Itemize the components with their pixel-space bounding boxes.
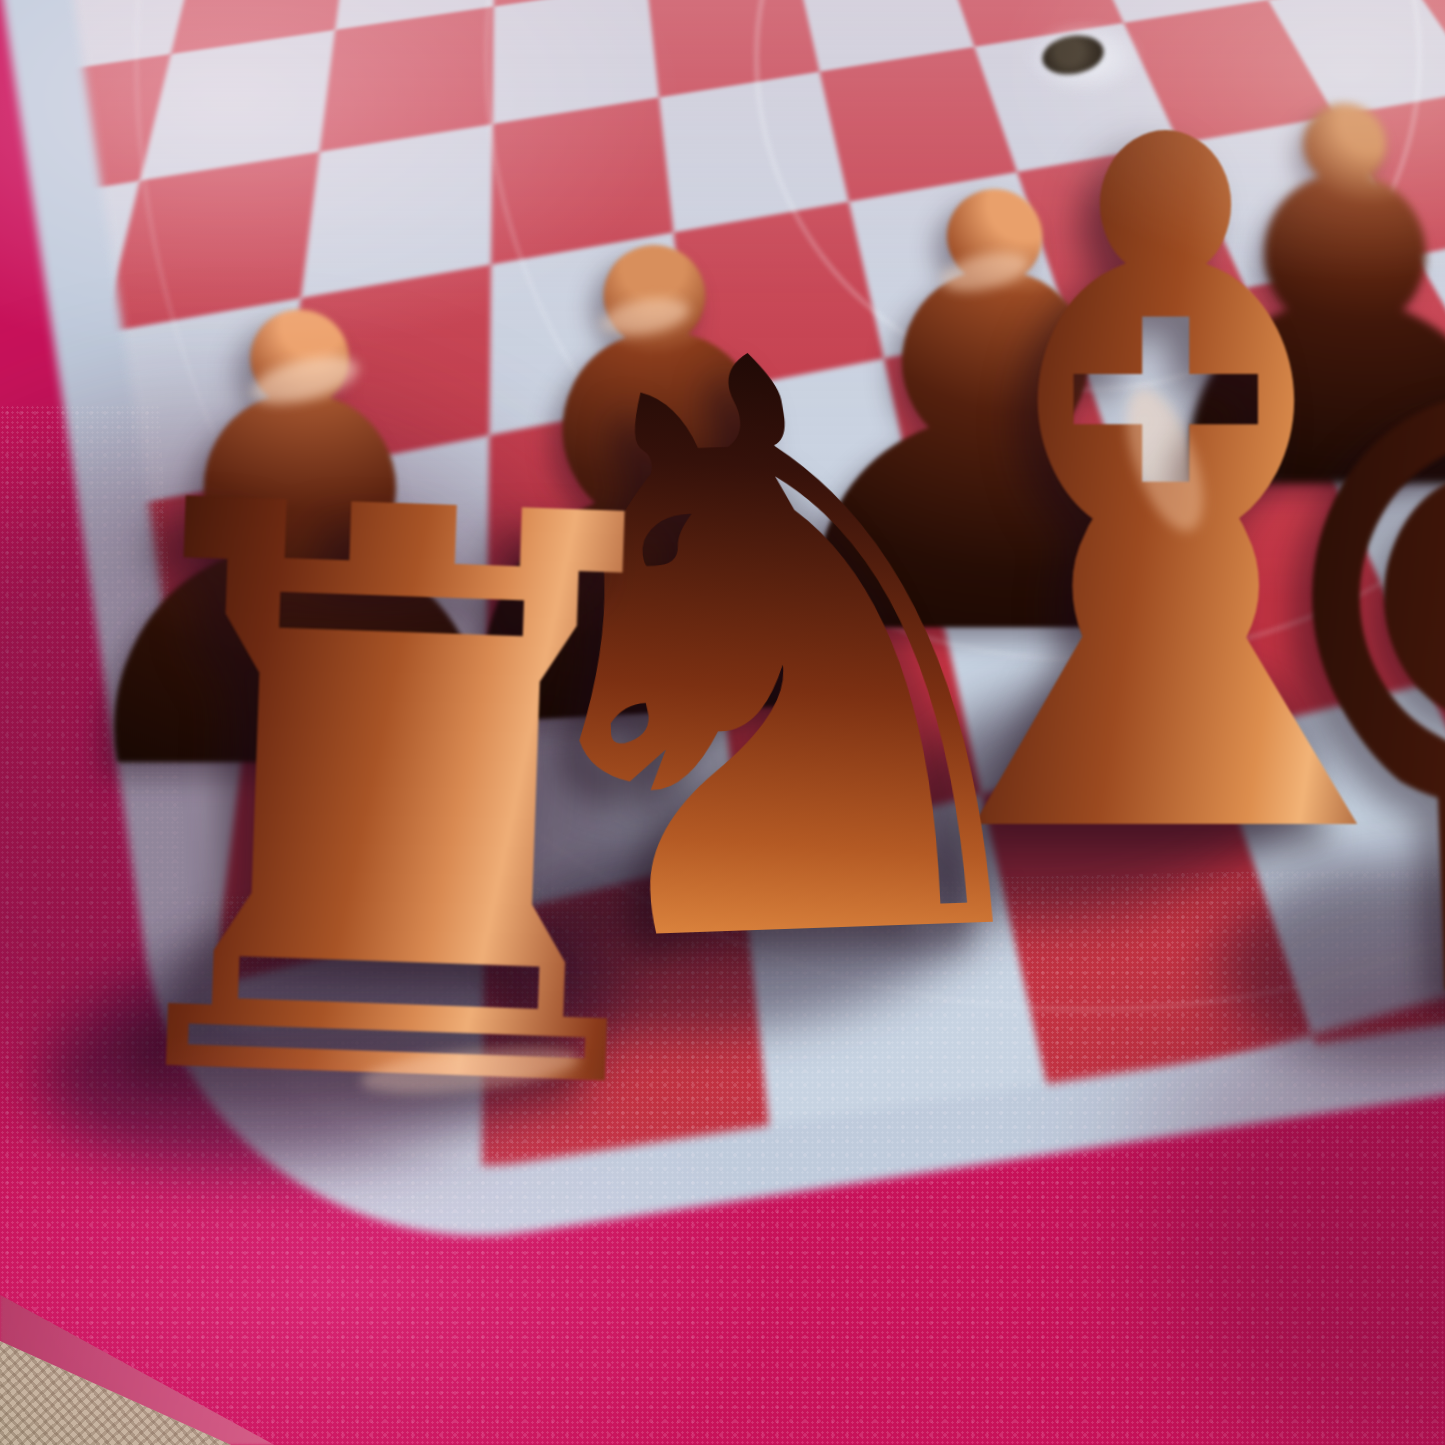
chess-photo-scene: ♟ ♟ ♟ ♟ ♚ ♝ ♞ ♜ bbox=[0, 0, 1445, 1445]
black-rook-piece[interactable]: ♜ bbox=[0, 399, 798, 1206]
